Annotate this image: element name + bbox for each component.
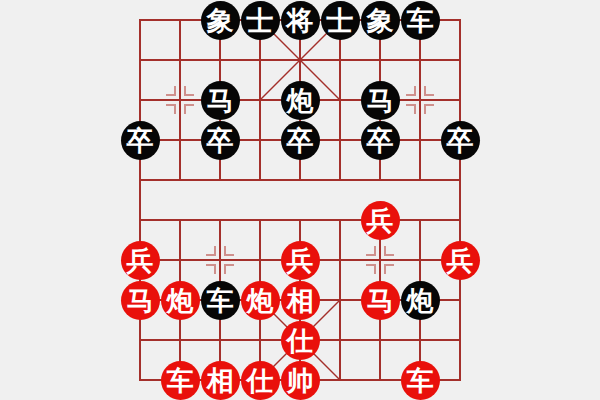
piece-black-cannon[interactable]: 炮 <box>281 81 320 120</box>
intersection-c8r3: 卒 <box>440 120 480 160</box>
board-pieces-grid: 象士将士象车马炮马卒卒卒卒卒兵兵兵兵马炮车炮相马炮仕车相仕帅车 <box>120 0 480 400</box>
intersection-c6r2: 马 <box>360 80 400 120</box>
piece-red-cannon[interactable]: 炮 <box>241 281 280 320</box>
intersection-c4r8: 仕 <box>280 320 320 360</box>
intersection-c2r2: 马 <box>200 80 240 120</box>
intersection-c0r6: 兵 <box>120 240 160 280</box>
intersection-c3r7: 炮 <box>240 280 280 320</box>
piece-red-advisor[interactable]: 仕 <box>281 321 320 360</box>
piece-black-soldier[interactable]: 卒 <box>441 121 480 160</box>
piece-black-elephant[interactable]: 象 <box>201 1 240 40</box>
piece-red-general[interactable]: 帅 <box>281 361 320 400</box>
intersection-c5r0: 士 <box>320 0 360 40</box>
piece-black-advisor[interactable]: 士 <box>241 1 280 40</box>
piece-red-horse[interactable]: 马 <box>361 281 400 320</box>
piece-red-soldier[interactable]: 兵 <box>121 241 160 280</box>
intersection-c3r0: 士 <box>240 0 280 40</box>
intersection-c1r7: 炮 <box>160 280 200 320</box>
piece-red-soldier[interactable]: 兵 <box>441 241 480 280</box>
piece-red-cannon[interactable]: 炮 <box>161 281 200 320</box>
intersection-c3r9: 仕 <box>240 360 280 400</box>
intersection-c0r7: 马 <box>120 280 160 320</box>
piece-black-horse[interactable]: 马 <box>361 81 400 120</box>
piece-red-horse[interactable]: 马 <box>121 281 160 320</box>
piece-red-elephant[interactable]: 相 <box>281 281 320 320</box>
intersection-c6r7: 马 <box>360 280 400 320</box>
intersection-c4r2: 炮 <box>280 80 320 120</box>
piece-red-chariot[interactable]: 车 <box>401 361 440 400</box>
piece-red-soldier[interactable]: 兵 <box>361 201 400 240</box>
intersection-c8r6: 兵 <box>440 240 480 280</box>
piece-red-advisor[interactable]: 仕 <box>241 361 280 400</box>
piece-black-advisor[interactable]: 士 <box>321 1 360 40</box>
intersection-c4r3: 卒 <box>280 120 320 160</box>
piece-black-chariot[interactable]: 车 <box>201 281 240 320</box>
piece-black-general[interactable]: 将 <box>281 1 320 40</box>
piece-black-horse[interactable]: 马 <box>201 81 240 120</box>
intersection-c4r9: 帅 <box>280 360 320 400</box>
intersection-c4r7: 相 <box>280 280 320 320</box>
intersection-c4r6: 兵 <box>280 240 320 280</box>
intersection-c7r7: 炮 <box>400 280 440 320</box>
piece-black-cannon[interactable]: 炮 <box>401 281 440 320</box>
piece-red-chariot[interactable]: 车 <box>161 361 200 400</box>
intersection-c7r0: 车 <box>400 0 440 40</box>
piece-red-elephant[interactable]: 相 <box>201 361 240 400</box>
intersection-c6r3: 卒 <box>360 120 400 160</box>
intersection-c2r9: 相 <box>200 360 240 400</box>
piece-black-soldier[interactable]: 卒 <box>281 121 320 160</box>
intersection-c2r0: 象 <box>200 0 240 40</box>
piece-red-soldier[interactable]: 兵 <box>281 241 320 280</box>
intersection-c2r7: 车 <box>200 280 240 320</box>
intersection-c1r9: 车 <box>160 360 200 400</box>
piece-black-soldier[interactable]: 卒 <box>201 121 240 160</box>
intersection-c2r3: 卒 <box>200 120 240 160</box>
piece-black-chariot[interactable]: 车 <box>401 1 440 40</box>
piece-black-soldier[interactable]: 卒 <box>361 121 400 160</box>
piece-black-elephant[interactable]: 象 <box>361 1 400 40</box>
intersection-c7r9: 车 <box>400 360 440 400</box>
intersection-c0r3: 卒 <box>120 120 160 160</box>
intersection-c6r0: 象 <box>360 0 400 40</box>
intersection-c4r0: 将 <box>280 0 320 40</box>
intersection-c6r5: 兵 <box>360 200 400 240</box>
piece-black-soldier[interactable]: 卒 <box>121 121 160 160</box>
xiangqi-board: 象士将士象车马炮马卒卒卒卒卒兵兵兵兵马炮车炮相马炮仕车相仕帅车 <box>0 0 600 400</box>
